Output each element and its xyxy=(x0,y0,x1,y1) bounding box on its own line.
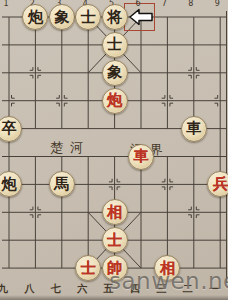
black-elephant[interactable]: 象 xyxy=(102,60,128,86)
red-advisor[interactable]: 士 xyxy=(102,227,128,253)
file-label-top: 9 xyxy=(215,0,220,8)
black-advisor[interactable]: 士 xyxy=(75,4,101,30)
black-advisor[interactable]: 士 xyxy=(102,32,128,58)
black-chariot[interactable]: 車 xyxy=(181,116,207,142)
red-chariot[interactable]: 車 xyxy=(128,144,154,170)
river-label-chu-he: 楚河 xyxy=(50,141,90,154)
red-elephant[interactable]: 相 xyxy=(102,199,128,225)
red-advisor[interactable]: 士 xyxy=(75,255,101,281)
black-elephant[interactable]: 象 xyxy=(49,4,75,30)
black-cannon[interactable]: 炮 xyxy=(22,4,48,30)
file-label-top: 1 xyxy=(3,0,8,8)
file-label-top: 8 xyxy=(188,0,193,8)
black-horse[interactable]: 馬 xyxy=(49,171,75,197)
red-cannon[interactable]: 炮 xyxy=(102,88,128,114)
file-label-bottom: 六 xyxy=(77,284,87,294)
watermark-text: sanwen.net xyxy=(109,270,228,293)
black-general[interactable]: 将 xyxy=(102,4,128,30)
file-label-bottom: 九 xyxy=(0,284,8,294)
file-label-bottom: 八 xyxy=(24,284,34,294)
xiangqi-board: 123456789 九八七六五四三二一 楚河 汉界 炮象士将士象炮卒車車炮馬兵相… xyxy=(0,0,228,300)
file-label-top: 7 xyxy=(162,0,167,8)
red-soldier[interactable]: 兵 xyxy=(207,171,228,197)
file-label-top: 6 xyxy=(135,0,140,8)
file-label-bottom: 七 xyxy=(51,284,61,294)
